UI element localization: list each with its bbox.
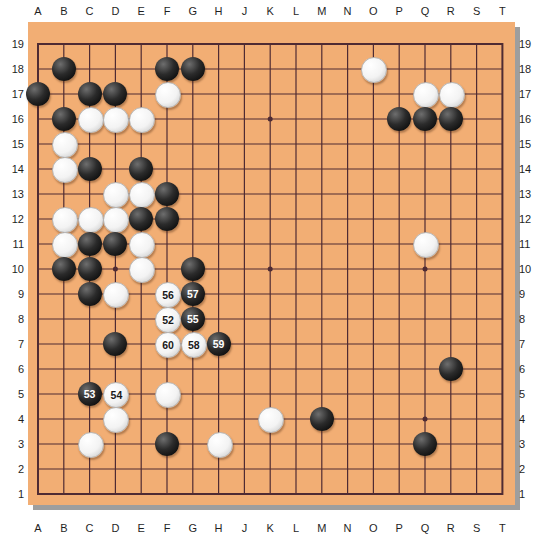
stone-black-C10 (78, 257, 102, 281)
stone-white-C12 (78, 207, 104, 233)
col-label-bottom-M: M (313, 521, 331, 535)
stone-black-C14 (78, 157, 102, 181)
star-point (423, 267, 428, 272)
col-label-top-O: O (364, 4, 382, 18)
col-label-top-K: K (261, 4, 279, 18)
col-label-top-H: H (210, 4, 228, 18)
stone-black-F12 (155, 207, 179, 231)
stone-white-E11 (129, 232, 155, 258)
row-label-left-14: 14 (2, 162, 24, 176)
row-label-left-13: 13 (2, 187, 24, 201)
stone-black-M4 (310, 407, 334, 431)
col-label-top-C: C (81, 4, 99, 18)
stone-black-F3 (155, 432, 179, 456)
col-label-top-P: P (390, 4, 408, 18)
col-label-top-D: D (106, 4, 124, 18)
page: AABBCCDDEEFFGGHHJJKKLLMMNNOOPPQQRRSSTT19… (0, 0, 550, 550)
stone-black-Q16 (413, 107, 437, 131)
move-number-53: 53 (84, 389, 96, 400)
move-number-60: 60 (162, 340, 174, 351)
row-label-left-11: 11 (2, 237, 24, 251)
stone-black-F13 (155, 182, 179, 206)
stone-white-E13 (129, 182, 155, 208)
col-label-bottom-S: S (468, 521, 486, 535)
stone-white-F5 (155, 382, 181, 408)
stone-black-G18 (181, 57, 205, 81)
stone-black-C11 (78, 232, 102, 256)
move-number-54: 54 (111, 390, 123, 401)
row-label-right-2: 2 (519, 462, 541, 476)
stone-white-B11 (52, 232, 78, 258)
row-label-right-7: 7 (519, 337, 541, 351)
stone-black-E12 (129, 207, 153, 231)
row-label-left-5: 5 (2, 387, 24, 401)
col-label-top-Q: Q (416, 4, 434, 18)
col-label-bottom-P: P (390, 521, 408, 535)
stone-white-E10 (129, 257, 155, 283)
stone-white-C16 (78, 107, 104, 133)
star-point (423, 417, 428, 422)
col-label-top-B: B (55, 4, 73, 18)
col-label-top-R: R (442, 4, 460, 18)
move-number-57: 57 (187, 289, 199, 300)
row-label-right-16: 16 (519, 112, 541, 126)
stone-white-B12 (52, 207, 78, 233)
col-label-top-N: N (339, 4, 357, 18)
col-label-top-J: J (235, 4, 253, 18)
col-label-bottom-L: L (287, 521, 305, 535)
stone-black-G9: 57 (181, 282, 205, 306)
star-point (268, 117, 273, 122)
stone-black-C9 (78, 282, 102, 306)
stone-white-K4 (258, 407, 284, 433)
col-label-top-T: T (493, 4, 511, 18)
row-label-right-14: 14 (519, 162, 541, 176)
col-label-bottom-K: K (261, 521, 279, 535)
stone-white-F9: 56 (155, 282, 181, 308)
stone-black-B16 (52, 107, 76, 131)
stone-white-F8: 52 (155, 307, 181, 333)
stone-black-Q3 (413, 432, 437, 456)
row-label-left-17: 17 (2, 87, 24, 101)
row-label-right-6: 6 (519, 362, 541, 376)
row-label-right-4: 4 (519, 412, 541, 426)
row-label-left-19: 19 (2, 37, 24, 51)
stone-black-B18 (52, 57, 76, 81)
col-label-bottom-J: J (235, 521, 253, 535)
row-label-left-2: 2 (2, 462, 24, 476)
row-label-right-19: 19 (519, 37, 541, 51)
col-label-bottom-E: E (132, 521, 150, 535)
row-label-right-18: 18 (519, 62, 541, 76)
col-label-top-E: E (132, 4, 150, 18)
row-label-right-12: 12 (519, 212, 541, 226)
row-label-right-17: 17 (519, 87, 541, 101)
col-label-bottom-O: O (364, 521, 382, 535)
stone-white-H3 (207, 432, 233, 458)
stone-black-E14 (129, 157, 153, 181)
col-label-bottom-G: G (184, 521, 202, 535)
col-label-top-G: G (184, 4, 202, 18)
col-label-bottom-R: R (442, 521, 460, 535)
col-label-bottom-N: N (339, 521, 357, 535)
col-label-top-L: L (287, 4, 305, 18)
stone-black-R6 (439, 357, 463, 381)
row-label-left-6: 6 (2, 362, 24, 376)
row-label-left-9: 9 (2, 287, 24, 301)
row-label-left-3: 3 (2, 437, 24, 451)
stone-white-F17 (155, 82, 181, 108)
stone-black-H7: 59 (207, 332, 231, 356)
move-number-58: 58 (188, 340, 200, 351)
move-number-59: 59 (213, 339, 225, 350)
stone-black-G10 (181, 257, 205, 281)
stone-white-Q17 (413, 82, 439, 108)
stone-black-C17 (78, 82, 102, 106)
stone-white-Q11 (413, 232, 439, 258)
row-label-left-16: 16 (2, 112, 24, 126)
stone-black-R16 (439, 107, 463, 131)
move-number-56: 56 (162, 290, 174, 301)
col-label-bottom-T: T (493, 521, 511, 535)
col-label-bottom-F: F (158, 521, 176, 535)
col-label-top-M: M (313, 4, 331, 18)
col-label-bottom-C: C (81, 521, 99, 535)
stone-white-B15 (52, 132, 78, 158)
row-label-left-4: 4 (2, 412, 24, 426)
col-label-bottom-A: A (29, 521, 47, 535)
col-label-bottom-D: D (106, 521, 124, 535)
row-label-left-15: 15 (2, 137, 24, 151)
row-label-right-1: 1 (519, 487, 541, 501)
star-point (113, 267, 118, 272)
col-label-top-F: F (158, 4, 176, 18)
stone-black-P16 (387, 107, 411, 131)
move-number-55: 55 (187, 314, 199, 325)
col-label-bottom-B: B (55, 521, 73, 535)
row-label-right-11: 11 (519, 237, 541, 251)
row-label-right-15: 15 (519, 137, 541, 151)
row-label-left-8: 8 (2, 312, 24, 326)
row-label-right-13: 13 (519, 187, 541, 201)
row-label-right-10: 10 (519, 262, 541, 276)
stone-white-G7: 58 (181, 332, 207, 358)
row-label-right-5: 5 (519, 387, 541, 401)
stone-white-R17 (439, 82, 465, 108)
star-point (268, 267, 273, 272)
row-label-right-9: 9 (519, 287, 541, 301)
stone-white-F7: 60 (155, 332, 181, 358)
stone-white-E16 (129, 107, 155, 133)
stone-black-A17 (26, 82, 50, 106)
col-label-bottom-H: H (210, 521, 228, 535)
row-label-left-18: 18 (2, 62, 24, 76)
col-label-bottom-Q: Q (416, 521, 434, 535)
stone-black-C5: 53 (78, 382, 102, 406)
move-number-52: 52 (162, 315, 174, 326)
row-label-left-12: 12 (2, 212, 24, 226)
stone-white-C3 (78, 432, 104, 458)
stone-black-F18 (155, 57, 179, 81)
row-label-right-3: 3 (519, 437, 541, 451)
stone-white-B14 (52, 157, 78, 183)
stone-black-G8: 55 (181, 307, 205, 331)
row-label-right-8: 8 (519, 312, 541, 326)
row-label-left-1: 1 (2, 487, 24, 501)
col-label-top-A: A (29, 4, 47, 18)
row-label-left-7: 7 (2, 337, 24, 351)
row-label-left-10: 10 (2, 262, 24, 276)
stone-black-B10 (52, 257, 76, 281)
col-label-top-S: S (468, 4, 486, 18)
